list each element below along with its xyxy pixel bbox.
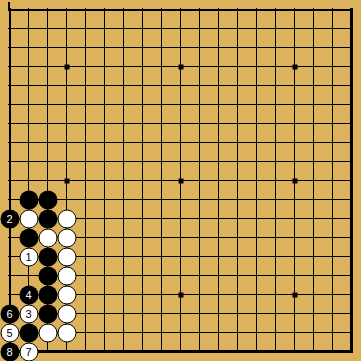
move-number-label: 3	[25, 308, 31, 319]
grid-hline	[8, 350, 353, 353]
star-point	[178, 178, 183, 183]
grid-hline	[8, 199, 353, 200]
grid-vline	[237, 8, 238, 353]
grid-vline	[199, 8, 200, 353]
stone-black	[19, 190, 38, 209]
grid-vline	[350, 8, 353, 353]
move-number-label: 4	[25, 289, 31, 300]
star-point	[64, 178, 69, 183]
stone-black	[19, 228, 38, 247]
grid-vline	[332, 8, 333, 353]
stone-black-move-8: 8	[0, 342, 19, 361]
stone-white	[57, 323, 76, 342]
stone-black	[38, 266, 57, 285]
grid-vline	[256, 8, 257, 353]
stone-black	[38, 209, 57, 228]
move-number-label: 5	[6, 327, 12, 338]
go-board: 21463587	[0, 0, 361, 361]
move-number-label: 7	[25, 346, 31, 357]
grid-vline	[218, 8, 219, 353]
stone-black	[38, 304, 57, 323]
star-point	[292, 178, 297, 183]
stone-white-move-5: 5	[0, 323, 19, 342]
top-left-edge-stub	[8, 2, 10, 10]
stone-black-move-2: 2	[0, 209, 19, 228]
stone-black	[38, 285, 57, 304]
stone-white	[57, 266, 76, 285]
move-number-label: 2	[6, 213, 12, 224]
move-number-label: 8	[6, 346, 12, 357]
star-point	[178, 292, 183, 297]
stone-white	[19, 209, 38, 228]
stone-white	[57, 209, 76, 228]
star-point	[292, 292, 297, 297]
stone-black	[38, 190, 57, 209]
stone-black-move-6: 6	[0, 304, 19, 323]
grid-vline	[313, 8, 314, 353]
stone-black	[19, 323, 38, 342]
stone-white	[57, 285, 76, 304]
stone-white-move-1: 1	[19, 247, 38, 266]
stone-black-move-4: 4	[19, 285, 38, 304]
stone-white	[57, 304, 76, 323]
grid-vline	[275, 8, 276, 353]
move-number-label: 1	[25, 251, 31, 262]
stone-white	[38, 228, 57, 247]
stone-white	[57, 228, 76, 247]
star-point	[178, 64, 183, 69]
move-number-label: 6	[6, 308, 12, 319]
stone-white	[57, 247, 76, 266]
stone-white	[38, 323, 57, 342]
stone-white-move-7: 7	[19, 342, 38, 361]
stone-white-move-3: 3	[19, 304, 38, 323]
star-point	[292, 64, 297, 69]
stone-black	[38, 247, 57, 266]
star-point	[64, 64, 69, 69]
